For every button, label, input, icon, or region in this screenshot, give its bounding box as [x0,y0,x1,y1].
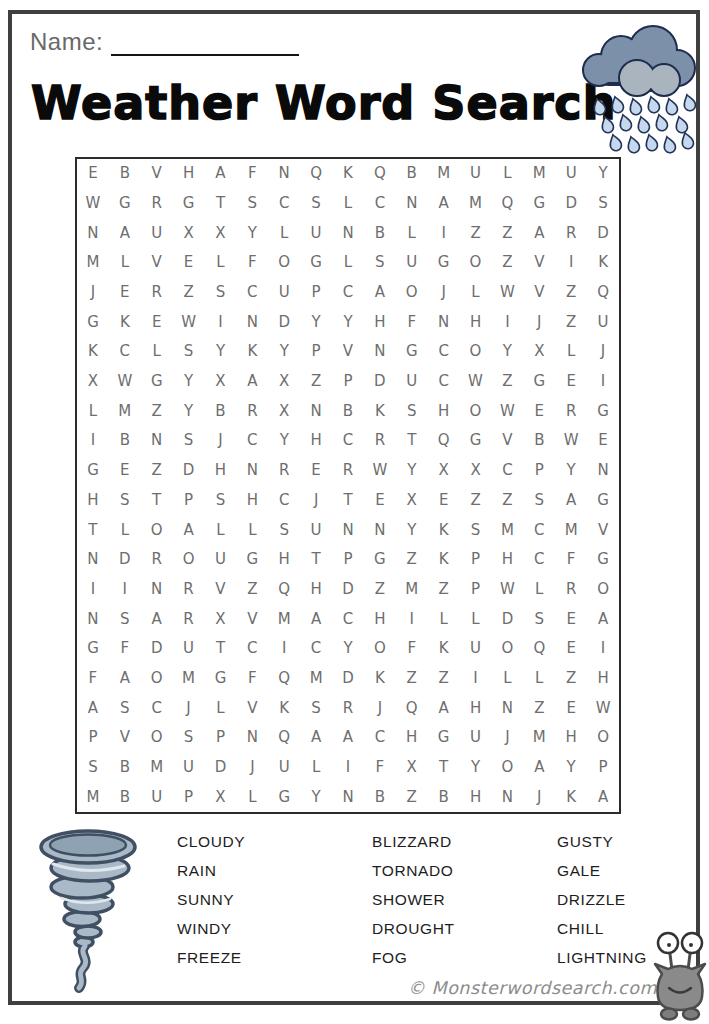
grid-cell[interactable]: Y [236,218,268,248]
grid-cell[interactable]: L [77,396,109,426]
grid-cell[interactable]: R [555,396,587,426]
grid-cell[interactable]: C [268,485,300,515]
grid-cell[interactable]: B [332,396,364,426]
grid-cell[interactable]: L [491,664,523,694]
grid-cell[interactable]: G [587,545,619,575]
grid-cell[interactable]: H [460,693,492,723]
grid-cell[interactable]: Y [173,367,205,397]
grid-cell[interactable]: L [460,278,492,308]
grid-cell[interactable]: X [460,456,492,486]
grid-cell[interactable]: Z [364,575,396,605]
grid-cell[interactable]: U [300,515,332,545]
grid-cell[interactable]: Y [300,782,332,812]
grid-cell[interactable]: A [364,278,396,308]
grid-cell[interactable]: W [491,575,523,605]
grid-cell[interactable]: B [396,159,428,189]
grid-cell[interactable]: G [523,189,555,219]
grid-cell[interactable]: U [460,159,492,189]
grid-cell[interactable]: G [77,307,109,337]
grid-cell[interactable]: M [460,189,492,219]
name-input-line[interactable] [111,28,299,56]
grid-cell[interactable]: X [523,337,555,367]
grid-cell[interactable]: J [587,337,619,367]
grid-cell[interactable]: C [332,426,364,456]
grid-cell[interactable]: M [555,515,587,545]
grid-cell[interactable]: L [300,753,332,783]
grid-cell[interactable]: O [491,753,523,783]
grid-cell[interactable]: D [268,307,300,337]
grid-cell[interactable]: A [300,604,332,634]
grid-cell[interactable]: M [428,159,460,189]
grid-cell[interactable]: B [523,426,555,456]
grid-cell[interactable]: G [77,456,109,486]
grid-cell[interactable]: V [523,248,555,278]
grid-cell[interactable]: I [109,575,141,605]
grid-cell[interactable]: N [141,575,173,605]
grid-cell[interactable]: K [332,159,364,189]
grid-cell[interactable]: A [523,218,555,248]
grid-cell[interactable]: M [141,753,173,783]
grid-cell[interactable]: V [141,248,173,278]
grid-cell[interactable]: Z [396,664,428,694]
grid-cell[interactable]: S [173,426,205,456]
grid-cell[interactable]: Q [268,723,300,753]
grid-cell[interactable]: K [364,664,396,694]
grid-cell[interactable]: Z [460,218,492,248]
grid-cell[interactable]: F [396,634,428,664]
grid-cell[interactable]: A [428,693,460,723]
grid-cell[interactable]: Q [523,634,555,664]
grid-cell[interactable]: W [555,426,587,456]
grid-cell[interactable]: C [332,278,364,308]
grid-cell[interactable]: L [109,248,141,278]
grid-cell[interactable]: C [236,426,268,456]
grid-cell[interactable]: O [460,396,492,426]
grid-cell[interactable]: A [77,693,109,723]
grid-cell[interactable]: V [332,337,364,367]
grid-cell[interactable]: X [205,367,237,397]
grid-cell[interactable]: J [173,693,205,723]
grid-cell[interactable]: O [141,723,173,753]
grid-cell[interactable]: O [141,515,173,545]
grid-cell[interactable]: I [396,604,428,634]
grid-cell[interactable]: G [109,189,141,219]
grid-cell[interactable]: U [587,307,619,337]
grid-cell[interactable]: A [300,723,332,753]
grid-cell[interactable]: X [77,367,109,397]
grid-cell[interactable]: P [173,485,205,515]
grid-cell[interactable]: X [173,218,205,248]
grid-cell[interactable]: L [523,664,555,694]
grid-cell[interactable]: Y [491,337,523,367]
grid-cell[interactable]: I [460,664,492,694]
grid-cell[interactable]: K [587,248,619,278]
grid-cell[interactable]: J [205,426,237,456]
grid-cell[interactable]: Q [428,426,460,456]
grid-cell[interactable]: B [109,782,141,812]
grid-cell[interactable]: Y [460,753,492,783]
grid-cell[interactable]: Q [300,159,332,189]
grid-cell[interactable]: N [396,189,428,219]
grid-cell[interactable]: C [364,723,396,753]
grid-cell[interactable]: E [109,278,141,308]
grid-cell[interactable]: K [364,396,396,426]
grid-cell[interactable]: A [109,218,141,248]
grid-cell[interactable]: U [300,218,332,248]
grid-cell[interactable]: L [236,515,268,545]
grid-cell[interactable]: U [396,248,428,278]
grid-cell[interactable]: N [77,604,109,634]
grid-cell[interactable]: B [109,159,141,189]
grid-cell[interactable]: U [141,782,173,812]
grid-cell[interactable]: Z [491,218,523,248]
grid-cell[interactable]: L [205,693,237,723]
grid-cell[interactable]: L [396,218,428,248]
grid-cell[interactable]: J [428,278,460,308]
grid-cell[interactable]: I [491,307,523,337]
grid-cell[interactable]: O [396,278,428,308]
grid-cell[interactable]: A [141,604,173,634]
grid-cell[interactable]: B [428,782,460,812]
grid-cell[interactable]: Z [428,575,460,605]
grid-cell[interactable]: R [141,545,173,575]
grid-cell[interactable]: Y [268,426,300,456]
grid-cell[interactable]: R [141,278,173,308]
grid-cell[interactable]: H [300,426,332,456]
grid-cell[interactable]: H [555,723,587,753]
grid-cell[interactable]: I [77,575,109,605]
grid-cell[interactable]: E [587,426,619,456]
grid-cell[interactable]: H [364,604,396,634]
grid-cell[interactable]: T [77,515,109,545]
grid-cell[interactable]: C [428,367,460,397]
grid-cell[interactable]: Z [491,367,523,397]
grid-cell[interactable]: H [268,545,300,575]
grid-cell[interactable]: D [332,575,364,605]
grid-cell[interactable]: F [236,159,268,189]
grid-cell[interactable]: S [205,485,237,515]
grid-cell[interactable]: T [300,545,332,575]
grid-cell[interactable]: S [109,485,141,515]
grid-cell[interactable]: C [523,515,555,545]
grid-cell[interactable]: W [491,278,523,308]
grid-cell[interactable]: N [491,782,523,812]
grid-cell[interactable]: W [77,189,109,219]
grid-cell[interactable]: Y [332,307,364,337]
grid-cell[interactable]: Z [555,307,587,337]
grid-cell[interactable]: G [77,634,109,664]
grid-cell[interactable]: K [428,515,460,545]
grid-cell[interactable]: Z [555,278,587,308]
grid-cell[interactable]: F [555,545,587,575]
grid-cell[interactable]: R [555,575,587,605]
grid-cell[interactable]: A [332,723,364,753]
grid-cell[interactable]: R [173,575,205,605]
grid-cell[interactable]: Q [268,575,300,605]
grid-cell[interactable]: H [428,396,460,426]
grid-cell[interactable]: J [491,723,523,753]
grid-cell[interactable]: S [109,604,141,634]
grid-cell[interactable]: V [523,278,555,308]
grid-cell[interactable]: Z [300,367,332,397]
grid-cell[interactable]: L [205,515,237,545]
grid-cell[interactable]: Y [555,456,587,486]
grid-cell[interactable]: Z [523,693,555,723]
grid-cell[interactable]: E [555,634,587,664]
grid-cell[interactable]: C [109,337,141,367]
grid-cell[interactable]: X [396,485,428,515]
grid-cell[interactable]: G [460,426,492,456]
grid-cell[interactable]: M [491,515,523,545]
grid-cell[interactable]: B [364,782,396,812]
grid-cell[interactable]: O [141,664,173,694]
grid-cell[interactable]: Q [364,159,396,189]
grid-cell[interactable]: X [268,367,300,397]
grid-cell[interactable]: A [587,604,619,634]
grid-cell[interactable]: H [491,545,523,575]
grid-cell[interactable]: U [460,723,492,753]
grid-cell[interactable]: D [332,664,364,694]
grid-cell[interactable]: Y [173,396,205,426]
grid-cell[interactable]: G [236,545,268,575]
grid-cell[interactable]: Z [236,575,268,605]
grid-cell[interactable]: H [396,723,428,753]
grid-cell[interactable]: U [141,218,173,248]
grid-cell[interactable]: X [268,396,300,426]
grid-cell[interactable]: G [205,664,237,694]
grid-cell[interactable]: A [173,515,205,545]
grid-cell[interactable]: U [460,634,492,664]
grid-cell[interactable]: O [460,337,492,367]
grid-cell[interactable]: E [173,248,205,278]
grid-cell[interactable]: A [555,485,587,515]
grid-cell[interactable]: N [300,396,332,426]
grid-cell[interactable]: B [109,426,141,456]
grid-cell[interactable]: T [205,634,237,664]
grid-cell[interactable]: L [428,604,460,634]
grid-cell[interactable]: E [300,456,332,486]
grid-cell[interactable]: M [396,575,428,605]
grid-cell[interactable]: Y [396,456,428,486]
grid-cell[interactable]: G [428,248,460,278]
grid-cell[interactable]: Z [396,782,428,812]
grid-cell[interactable]: N [332,218,364,248]
grid-cell[interactable]: W [460,367,492,397]
grid-cell[interactable]: H [587,664,619,694]
grid-cell[interactable]: L [491,159,523,189]
grid-cell[interactable]: L [268,218,300,248]
grid-cell[interactable]: R [332,456,364,486]
grid-cell[interactable]: C [428,337,460,367]
grid-cell[interactable]: B [364,218,396,248]
grid-cell[interactable]: I [205,307,237,337]
grid-cell[interactable]: N [332,515,364,545]
grid-cell[interactable]: E [555,367,587,397]
grid-cell[interactable]: K [428,634,460,664]
grid-cell[interactable]: N [236,723,268,753]
grid-cell[interactable]: Z [555,664,587,694]
grid-cell[interactable]: I [77,426,109,456]
grid-cell[interactable]: V [587,515,619,545]
grid-cell[interactable]: G [141,367,173,397]
grid-cell[interactable]: P [300,337,332,367]
grid-cell[interactable]: R [268,456,300,486]
grid-cell[interactable]: O [491,634,523,664]
grid-cell[interactable]: P [460,545,492,575]
grid-cell[interactable]: K [109,307,141,337]
grid-cell[interactable]: L [460,604,492,634]
grid-cell[interactable]: X [205,218,237,248]
grid-cell[interactable]: R [364,426,396,456]
grid-cell[interactable]: T [141,485,173,515]
grid-cell[interactable]: C [300,634,332,664]
grid-cell[interactable]: N [236,307,268,337]
grid-cell[interactable]: Q [268,664,300,694]
grid-cell[interactable]: G [587,396,619,426]
grid-cell[interactable]: R [173,604,205,634]
grid-cell[interactable]: U [268,753,300,783]
grid-cell[interactable]: U [173,634,205,664]
grid-cell[interactable]: C [332,604,364,634]
grid-cell[interactable]: M [523,159,555,189]
grid-cell[interactable]: V [109,723,141,753]
grid-cell[interactable]: V [236,693,268,723]
grid-cell[interactable]: P [460,575,492,605]
grid-cell[interactable]: H [173,159,205,189]
grid-cell[interactable]: D [491,604,523,634]
grid-cell[interactable]: V [491,426,523,456]
grid-cell[interactable]: T [428,753,460,783]
grid-cell[interactable]: Q [491,189,523,219]
grid-cell[interactable]: E [141,307,173,337]
grid-cell[interactable]: Z [141,456,173,486]
grid-cell[interactable]: G [523,367,555,397]
grid-cell[interactable]: C [523,545,555,575]
grid-cell[interactable]: S [77,753,109,783]
grid-cell[interactable]: C [236,634,268,664]
grid-cell[interactable]: L [205,248,237,278]
grid-cell[interactable]: H [364,307,396,337]
grid-cell[interactable]: L [109,515,141,545]
grid-cell[interactable]: N [364,515,396,545]
grid-cell[interactable]: X [428,456,460,486]
grid-cell[interactable]: Y [205,337,237,367]
grid-cell[interactable]: C [141,693,173,723]
grid-cell[interactable]: M [300,664,332,694]
grid-cell[interactable]: E [77,159,109,189]
grid-cell[interactable]: I [332,753,364,783]
grid-cell[interactable]: J [77,278,109,308]
grid-cell[interactable]: H [205,456,237,486]
grid-cell[interactable]: C [268,189,300,219]
grid-cell[interactable]: S [523,485,555,515]
grid-cell[interactable]: N [236,456,268,486]
grid-cell[interactable]: L [555,337,587,367]
grid-cell[interactable]: U [555,159,587,189]
grid-cell[interactable]: H [300,575,332,605]
grid-cell[interactable]: N [491,693,523,723]
grid-cell[interactable]: A [109,664,141,694]
grid-cell[interactable]: J [364,693,396,723]
grid-cell[interactable]: S [173,723,205,753]
grid-cell[interactable]: X [205,782,237,812]
grid-cell[interactable]: J [523,307,555,337]
grid-cell[interactable]: O [460,248,492,278]
grid-cell[interactable]: S [460,515,492,545]
grid-cell[interactable]: T [205,189,237,219]
grid-cell[interactable]: Y [300,307,332,337]
grid-cell[interactable]: I [555,248,587,278]
grid-cell[interactable]: F [396,307,428,337]
grid-cell[interactable]: U [205,545,237,575]
grid-cell[interactable]: M [268,604,300,634]
grid-cell[interactable]: Z [396,545,428,575]
grid-cell[interactable]: J [523,782,555,812]
grid-cell[interactable]: Z [491,248,523,278]
grid-cell[interactable]: M [77,782,109,812]
grid-cell[interactable]: W [109,367,141,397]
grid-cell[interactable]: F [77,664,109,694]
grid-cell[interactable]: X [205,604,237,634]
grid-cell[interactable]: E [428,485,460,515]
grid-cell[interactable]: G [173,189,205,219]
grid-cell[interactable]: K [428,545,460,575]
grid-cell[interactable]: F [236,248,268,278]
grid-cell[interactable]: K [236,337,268,367]
grid-cell[interactable]: U [396,367,428,397]
grid-cell[interactable]: V [236,604,268,634]
grid-cell[interactable]: M [77,248,109,278]
grid-cell[interactable]: I [428,218,460,248]
grid-cell[interactable]: R [332,693,364,723]
grid-cell[interactable]: D [109,545,141,575]
grid-cell[interactable]: N [77,218,109,248]
grid-cell[interactable]: W [587,693,619,723]
grid-cell[interactable]: O [364,634,396,664]
grid-cell[interactable]: A [428,189,460,219]
grid-cell[interactable]: T [396,426,428,456]
grid-cell[interactable]: N [332,782,364,812]
grid-cell[interactable]: H [77,485,109,515]
grid-cell[interactable]: A [205,159,237,189]
grid-cell[interactable]: O [587,575,619,605]
grid-cell[interactable]: E [555,604,587,634]
grid-cell[interactable]: K [77,337,109,367]
grid-cell[interactable]: S [300,693,332,723]
grid-cell[interactable]: L [523,575,555,605]
grid-cell[interactable]: C [364,189,396,219]
grid-cell[interactable]: S [268,515,300,545]
grid-cell[interactable]: E [109,456,141,486]
grid-cell[interactable]: H [236,485,268,515]
grid-cell[interactable]: L [332,189,364,219]
grid-cell[interactable]: Z [428,664,460,694]
grid-cell[interactable]: Z [141,396,173,426]
grid-cell[interactable]: H [460,307,492,337]
grid-cell[interactable]: Y [268,337,300,367]
grid-cell[interactable]: D [555,189,587,219]
grid-cell[interactable]: G [587,485,619,515]
grid-cell[interactable]: A [587,782,619,812]
grid-cell[interactable]: C [491,456,523,486]
grid-cell[interactable]: S [364,248,396,278]
grid-cell[interactable]: N [268,159,300,189]
grid-cell[interactable]: M [523,723,555,753]
grid-cell[interactable]: Y [396,515,428,545]
grid-cell[interactable]: F [109,634,141,664]
grid-cell[interactable]: N [587,456,619,486]
grid-cell[interactable]: Y [555,753,587,783]
